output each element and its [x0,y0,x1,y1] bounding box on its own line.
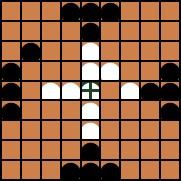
attacker-stone: ● [22,42,40,60]
board-cell[interactable] [101,101,119,119]
board-cell[interactable] [42,62,60,80]
attacker-stone: ● [101,2,119,20]
board-cell[interactable]: ● [62,2,80,20]
board-cell[interactable] [62,22,80,40]
board-cell[interactable]: ● [161,62,179,80]
board-cell[interactable] [121,2,139,20]
board-cell[interactable]: ● [161,82,179,100]
board-cell[interactable] [22,82,40,100]
board-cell[interactable]: ● [82,101,100,119]
board-cell[interactable]: ● [82,2,100,20]
board-cell[interactable] [101,82,119,100]
board-cell[interactable] [22,101,40,119]
board-cell[interactable] [141,141,159,159]
board-cell[interactable] [121,22,139,40]
attacker-stone: ● [161,101,179,119]
board-cell[interactable]: ● [82,42,100,60]
board-cell[interactable] [2,22,20,40]
board-cell[interactable] [121,141,139,159]
board-cell[interactable] [141,42,159,60]
defender-stone: ● [42,82,60,100]
defender-stone: ● [121,82,139,100]
attacker-stone: ● [82,161,100,179]
board-cell[interactable]: ● [121,82,139,100]
board-cell[interactable] [62,121,80,139]
attacker-stone: ● [2,62,20,80]
board-cell[interactable]: ● [161,101,179,119]
board-cell[interactable] [101,121,119,139]
board-cell[interactable] [22,22,40,40]
attacker-stone: ● [161,62,179,80]
board-cell[interactable] [141,2,159,20]
board-cell[interactable] [2,2,20,20]
board-cell[interactable]: ● [82,161,100,179]
board-cell[interactable] [161,141,179,159]
board-cell[interactable] [42,22,60,40]
attacker-stone: ● [101,161,119,179]
board-cell[interactable]: ● [2,62,20,80]
board-cell[interactable] [121,121,139,139]
board-cell[interactable] [2,141,20,159]
board-cell[interactable]: ● [2,101,20,119]
board-cell[interactable]: ● [82,22,100,40]
board-cell[interactable] [121,42,139,60]
board-cell[interactable]: ● [42,82,60,100]
board-cell[interactable]: ● [101,2,119,20]
board-cell[interactable] [22,121,40,139]
board-cell[interactable] [141,121,159,139]
board-cell[interactable] [141,101,159,119]
board-cell[interactable] [2,161,20,179]
board-cell[interactable] [121,62,139,80]
board-cell[interactable] [161,2,179,20]
attacker-stone: ● [82,141,100,159]
king-cross-horizontal [82,89,100,92]
board-cell[interactable]: ● [141,82,159,100]
attacker-stone: ● [2,82,20,100]
board-cell[interactable]: ● [22,42,40,60]
board-cell[interactable] [141,62,159,80]
board-cell[interactable] [22,2,40,20]
board-cell[interactable] [2,42,20,60]
attacker-stone: ● [82,2,100,20]
board-cell[interactable] [121,101,139,119]
board-cell[interactable] [62,141,80,159]
board-cell[interactable] [42,101,60,119]
board-cell[interactable] [2,121,20,139]
attacker-stone: ● [82,22,100,40]
board-cell[interactable] [22,62,40,80]
board-cell[interactable] [42,141,60,159]
board-cell[interactable]: ● [101,161,119,179]
board-cell[interactable] [42,161,60,179]
board-cell[interactable] [141,161,159,179]
board-cell[interactable]: ● [62,82,80,100]
tablut-board: ●●●●●●●●●●●●●●●●●●●●●●●●● [0,0,181,181]
defender-stone: ● [82,42,100,60]
board-cell[interactable]: ● [62,161,80,179]
defender-stone: ● [82,121,100,139]
board-cell[interactable] [161,22,179,40]
attacker-stone: ● [2,101,20,119]
board-cell[interactable]: ● [101,62,119,80]
board-cell[interactable]: ● [82,121,100,139]
attacker-stone: ● [161,82,179,100]
attacker-stone: ● [62,161,80,179]
board-cell[interactable] [22,161,40,179]
defender-stone: ● [62,82,80,100]
board-cell[interactable] [42,2,60,20]
board-cell[interactable] [22,141,40,159]
board-cell[interactable] [42,121,60,139]
board-cell[interactable] [161,161,179,179]
defender-stone: ● [101,62,119,80]
board-cell[interactable] [121,161,139,179]
board-cell[interactable]: ● [82,62,100,80]
board-cell[interactable] [161,42,179,60]
board-cell[interactable] [62,101,80,119]
board-cell[interactable] [101,22,119,40]
board-cell[interactable] [62,42,80,60]
board-cell[interactable] [42,42,60,60]
board-cell[interactable] [62,62,80,80]
board-cell[interactable] [141,22,159,40]
attacker-stone: ● [62,2,80,20]
board-cell[interactable]: ● [2,82,20,100]
throne-cell[interactable]: ● [82,82,100,100]
defender-stone: ● [82,101,100,119]
defender-stone: ● [82,62,100,80]
board-cell[interactable] [161,121,179,139]
board-cell[interactable] [101,42,119,60]
board-cell[interactable]: ● [82,141,100,159]
board-cell[interactable] [101,141,119,159]
attacker-stone: ● [141,82,159,100]
